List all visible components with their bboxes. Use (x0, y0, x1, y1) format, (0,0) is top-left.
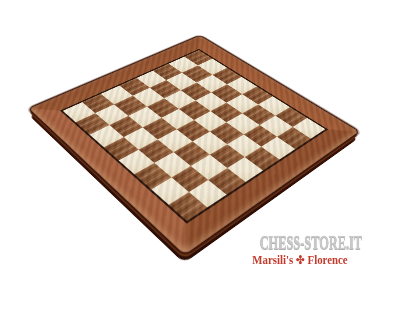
board-square-dark (139, 139, 174, 163)
store-logo-text: CHESS-STORE.IT (260, 233, 341, 252)
board-square-dark (209, 144, 244, 168)
watermark: CHESS-STORE.IT Marsili's ✤ Florence (238, 233, 362, 267)
board-square-dark (168, 192, 207, 221)
board-square-dark (171, 165, 208, 191)
board-square-dark (244, 146, 279, 170)
board-square-dark (109, 115, 143, 136)
board-square-dark (143, 118, 177, 140)
board-square-dark (277, 127, 311, 149)
board-square-dark (176, 120, 210, 142)
board-square-light (155, 152, 191, 177)
board-square-dark (104, 137, 139, 161)
board-square-light (158, 129, 192, 152)
board-square-light (151, 177, 189, 205)
board-square-dark (76, 113, 110, 134)
board-square-light (227, 157, 263, 182)
playing-field (63, 50, 325, 221)
board-square-light (227, 134, 261, 157)
brand-text-right: Florence (308, 253, 348, 267)
board-square-light (89, 125, 123, 147)
product-photo: CHESS-STORE.IT Marsili's ✤ Florence (0, 0, 400, 318)
board-square-light (119, 150, 155, 175)
board-frame (29, 35, 359, 254)
brand-text: Marsili's ✤ Florence (244, 254, 356, 267)
fleur-de-lis-icon: ✤ (296, 253, 305, 267)
board-square-light (191, 154, 227, 179)
board-square-dark (244, 125, 278, 147)
board-square-dark (208, 168, 245, 194)
board-square-light (261, 136, 295, 159)
board-square-dark (174, 142, 209, 166)
board-square-light (192, 132, 226, 155)
field-border (60, 49, 328, 224)
board-3d-wrapper (29, 35, 359, 254)
board-square-light (124, 127, 158, 149)
board-square-dark (134, 163, 171, 189)
board-square-light (189, 180, 227, 208)
brand-text-left: Marsili's (252, 253, 293, 267)
board-square-dark (210, 122, 244, 144)
